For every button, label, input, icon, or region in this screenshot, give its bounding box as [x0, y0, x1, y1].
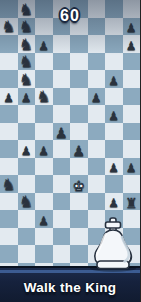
board-square[interactable]	[70, 228, 88, 246]
board-square[interactable]	[70, 210, 88, 228]
white-king-hero[interactable]	[86, 217, 140, 272]
black-pawn[interactable]: ♟	[123, 160, 141, 178]
board-square[interactable]	[70, 105, 88, 123]
board-square[interactable]	[88, 105, 106, 123]
black-pawn[interactable]: ♟	[35, 212, 53, 230]
board-square[interactable]	[70, 245, 88, 263]
board-square[interactable]	[53, 140, 71, 158]
board-square[interactable]	[105, 175, 123, 193]
board-square[interactable]	[88, 175, 106, 193]
board-square[interactable]	[35, 53, 53, 71]
black-pawn[interactable]: ♟	[105, 72, 123, 90]
board-square[interactable]	[105, 88, 123, 106]
black-knight[interactable]: ♞	[18, 36, 36, 54]
board-square[interactable]	[70, 158, 88, 176]
black-knight[interactable]: ♞	[18, 54, 36, 72]
board-square[interactable]	[35, 245, 53, 263]
board-square[interactable]	[35, 105, 53, 123]
board-square[interactable]	[0, 210, 18, 228]
board-square[interactable]	[88, 158, 106, 176]
board-square[interactable]	[123, 70, 141, 88]
board-square[interactable]	[35, 175, 53, 193]
black-rook[interactable]: ♜	[123, 195, 141, 213]
board-square[interactable]	[88, 193, 106, 211]
board-square[interactable]	[53, 35, 71, 53]
board-square[interactable]	[88, 70, 106, 88]
board-square[interactable]	[0, 245, 18, 263]
black-knight[interactable]: ♞	[18, 71, 36, 89]
board-square[interactable]	[123, 105, 141, 123]
board-square[interactable]	[0, 53, 18, 71]
board-square[interactable]	[53, 193, 71, 211]
board-square[interactable]	[0, 70, 18, 88]
black-pawn[interactable]: ♟	[18, 90, 36, 108]
board-square[interactable]	[35, 158, 53, 176]
black-knight[interactable]: ♞	[0, 176, 18, 194]
score-counter: 60	[0, 7, 140, 25]
board-square[interactable]	[53, 88, 71, 106]
board-square[interactable]	[18, 175, 36, 193]
black-pawn[interactable]: ♟	[88, 90, 106, 108]
board-square[interactable]	[0, 140, 18, 158]
board-square[interactable]	[88, 35, 106, 53]
board-square[interactable]	[123, 175, 141, 193]
board-square[interactable]	[0, 105, 18, 123]
board-square[interactable]	[70, 193, 88, 211]
board-square[interactable]	[70, 123, 88, 141]
board-square[interactable]	[123, 140, 141, 158]
black-pawn[interactable]: ♟	[105, 160, 123, 178]
board-square[interactable]	[105, 53, 123, 71]
black-pawn[interactable]: ♟	[105, 107, 123, 125]
board-square[interactable]	[123, 123, 141, 141]
board-square[interactable]	[88, 140, 106, 158]
black-pawn[interactable]: ♟	[123, 37, 141, 55]
board-square[interactable]	[18, 105, 36, 123]
black-pawn[interactable]: ♟	[35, 0, 53, 2]
board-square[interactable]	[105, 123, 123, 141]
white-king[interactable]: ♚	[70, 177, 88, 195]
board-square[interactable]	[88, 53, 106, 71]
board-square[interactable]	[88, 123, 106, 141]
board-square[interactable]	[18, 210, 36, 228]
board-square[interactable]	[18, 158, 36, 176]
board-square[interactable]	[123, 88, 141, 106]
board-square[interactable]	[53, 105, 71, 123]
black-pawn[interactable]: ♟	[53, 125, 71, 143]
board-square[interactable]	[53, 245, 71, 263]
board-square[interactable]	[70, 35, 88, 53]
black-pawn[interactable]: ♟	[35, 37, 53, 55]
black-knight[interactable]: ♞	[35, 89, 53, 107]
board-square[interactable]	[123, 53, 141, 71]
king-cross-icon	[106, 222, 121, 228]
black-pawn[interactable]: ♟	[105, 195, 123, 213]
board-square[interactable]	[53, 158, 71, 176]
board-square[interactable]	[105, 140, 123, 158]
board-square[interactable]	[70, 88, 88, 106]
board-square[interactable]	[0, 158, 18, 176]
black-pawn[interactable]: ♟	[70, 142, 88, 160]
board-square[interactable]	[70, 53, 88, 71]
board-square[interactable]	[0, 123, 18, 141]
board-square[interactable]	[18, 228, 36, 246]
black-knight[interactable]: ♞	[18, 194, 36, 212]
board-square[interactable]	[105, 35, 123, 53]
black-pawn[interactable]: ♟	[35, 142, 53, 160]
board-square[interactable]	[53, 228, 71, 246]
game-screen: ♞♞♞♟♞♟♟♞♞♟♟♟♞♟♟♟♟♟♟♟♟♞♚♞♟♜♟♟ 60 Walk the…	[0, 0, 140, 302]
board-square[interactable]	[53, 175, 71, 193]
board-square[interactable]	[35, 123, 53, 141]
board-square[interactable]	[0, 228, 18, 246]
board-square[interactable]	[70, 70, 88, 88]
black-pawn[interactable]: ♟	[0, 90, 18, 108]
board-square[interactable]	[18, 245, 36, 263]
board-square[interactable]	[0, 193, 18, 211]
board-square[interactable]	[0, 35, 18, 53]
board-square[interactable]	[18, 123, 36, 141]
black-pawn[interactable]: ♟	[18, 142, 36, 160]
board-square[interactable]	[53, 210, 71, 228]
board-square[interactable]	[53, 70, 71, 88]
game-title: Walk the King	[0, 280, 140, 295]
board-square[interactable]	[35, 193, 53, 211]
board-square[interactable]	[35, 70, 53, 88]
board-square[interactable]	[35, 228, 53, 246]
board-square[interactable]	[53, 53, 71, 71]
